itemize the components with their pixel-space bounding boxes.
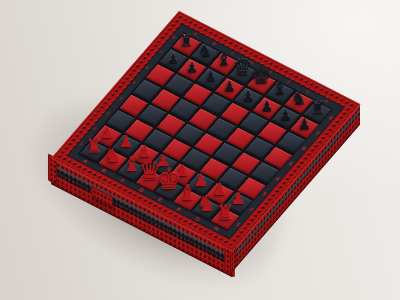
- piece-red-rook-h1[interactable]: ♜: [216, 203, 234, 223]
- piece-red-bishop-f1[interactable]: ♝: [178, 182, 198, 204]
- piece-black-pawn-a7[interactable]: ♟: [167, 52, 179, 65]
- piece-black-pawn-h7[interactable]: ♟: [298, 117, 311, 132]
- piece-black-pawn-b7[interactable]: ♟: [186, 61, 198, 74]
- piece-black-king-e8[interactable]: ♚: [251, 64, 272, 88]
- scene: AABBCCDDEEFFGGHH8877665544332211 ♜♞♝♛♚♝♞…: [0, 0, 400, 300]
- piece-black-pawn-g7[interactable]: ♟: [279, 108, 292, 123]
- piece-black-pawn-e7[interactable]: ♟: [242, 89, 255, 103]
- piece-black-pawn-f7[interactable]: ♟: [260, 98, 273, 112]
- piece-black-knight-g8[interactable]: ♞: [291, 89, 307, 107]
- piece-red-knight-g1[interactable]: ♞: [197, 192, 216, 213]
- piece-black-rook-a8[interactable]: ♜: [180, 34, 194, 49]
- piece-black-queen-d8[interactable]: ♛: [233, 56, 253, 78]
- piece-black-bishop-c8[interactable]: ♝: [216, 51, 232, 69]
- piece-black-knight-b8[interactable]: ♞: [198, 43, 213, 60]
- piece-black-pawn-d7[interactable]: ♟: [223, 80, 235, 94]
- piece-black-rook-h8[interactable]: ♜: [310, 100, 326, 117]
- piece-red-rook-a1[interactable]: ♜: [86, 137, 103, 155]
- piece-red-pawn-a2[interactable]: ♟: [100, 126, 113, 141]
- piece-black-pawn-c7[interactable]: ♟: [205, 70, 217, 84]
- piece-black-bishop-f8[interactable]: ♝: [272, 79, 289, 98]
- piece-red-knight-b1[interactable]: ♞: [104, 146, 122, 166]
